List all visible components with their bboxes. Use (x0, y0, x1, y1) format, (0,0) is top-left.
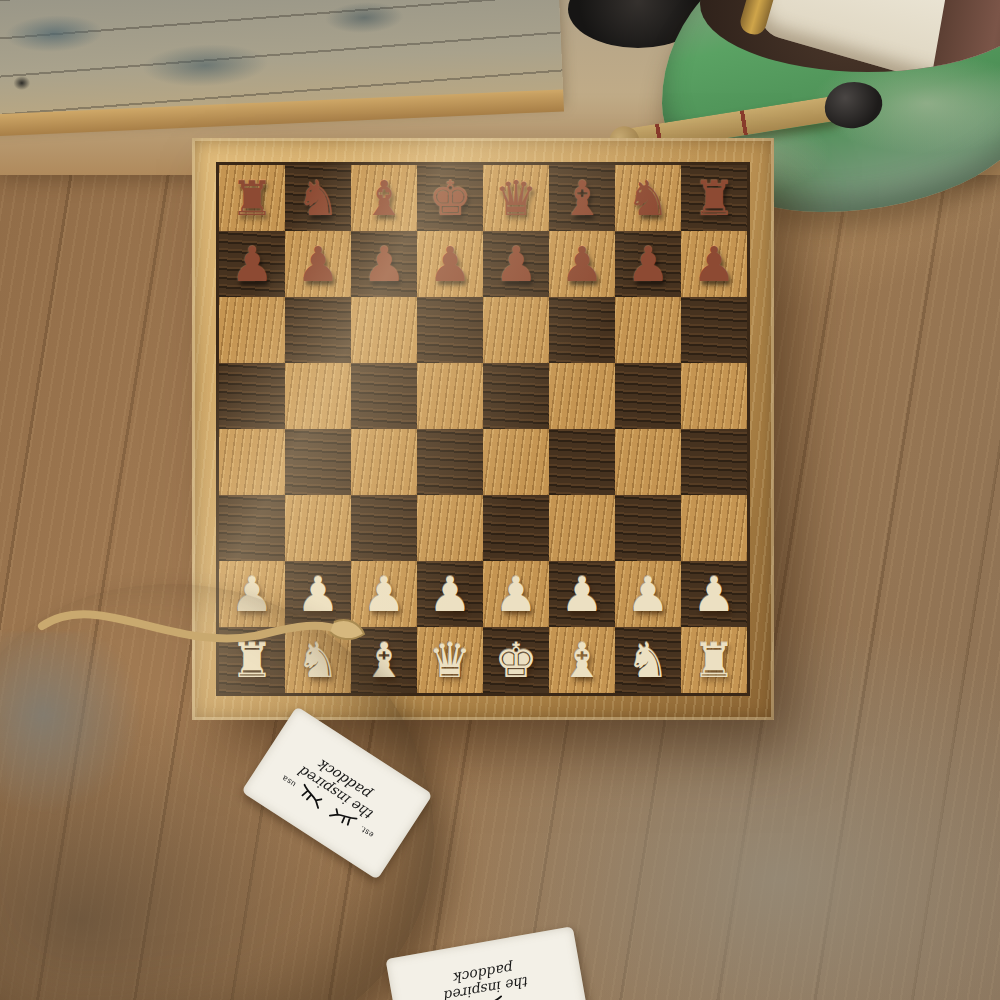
black-pawn: ♟ (626, 240, 669, 288)
square-d1[interactable]: ♛ (417, 627, 483, 693)
square-a3[interactable] (219, 495, 285, 561)
square-b3[interactable] (285, 495, 351, 561)
square-f1[interactable]: ♝ (549, 627, 615, 693)
black-pawn: ♟ (428, 240, 471, 288)
white-knight: ♞ (626, 636, 669, 684)
square-c5[interactable] (351, 363, 417, 429)
square-a6[interactable] (219, 297, 285, 363)
white-pawn: ♟ (494, 570, 537, 618)
square-d6[interactable] (417, 297, 483, 363)
square-e6[interactable] (483, 297, 549, 363)
square-b6[interactable] (285, 297, 351, 363)
black-pawn: ♟ (494, 240, 537, 288)
square-c7[interactable]: ♟ (351, 231, 417, 297)
square-g6[interactable] (615, 297, 681, 363)
label-small-left: est. (358, 824, 375, 840)
square-e2[interactable]: ♟ (483, 561, 549, 627)
square-e5[interactable] (483, 363, 549, 429)
square-h3[interactable] (681, 495, 747, 561)
square-e1[interactable]: ♚ (483, 627, 549, 693)
black-pawn: ♟ (560, 240, 603, 288)
square-b5[interactable] (285, 363, 351, 429)
square-e3[interactable] (483, 495, 549, 561)
square-d3[interactable] (417, 495, 483, 561)
square-h8[interactable]: ♜ (681, 165, 747, 231)
white-bishop: ♝ (560, 636, 603, 684)
fabric-label-bottom-content: the inspired paddock (441, 957, 534, 1000)
square-g1[interactable]: ♞ (615, 627, 681, 693)
black-pawn: ♟ (230, 240, 273, 288)
square-f6[interactable] (549, 297, 615, 363)
black-bishop: ♝ (362, 174, 405, 222)
square-f5[interactable] (549, 363, 615, 429)
square-a5[interactable] (219, 363, 285, 429)
square-f8[interactable]: ♝ (549, 165, 615, 231)
white-king: ♚ (494, 636, 537, 684)
black-bishop: ♝ (560, 174, 603, 222)
square-e4[interactable] (483, 429, 549, 495)
square-a4[interactable] (219, 429, 285, 495)
square-h2[interactable]: ♟ (681, 561, 747, 627)
black-pawn: ♟ (362, 240, 405, 288)
square-e8[interactable]: ♛ (483, 165, 549, 231)
white-queen: ♛ (428, 636, 471, 684)
white-pawn: ♟ (626, 570, 669, 618)
square-a7[interactable]: ♟ (219, 231, 285, 297)
square-d8[interactable]: ♚ (417, 165, 483, 231)
square-d4[interactable] (417, 429, 483, 495)
square-c6[interactable] (351, 297, 417, 363)
black-rook: ♜ (230, 174, 273, 222)
square-h7[interactable]: ♟ (681, 231, 747, 297)
square-h4[interactable] (681, 429, 747, 495)
spool-gold-ring (738, 0, 807, 37)
square-f7[interactable]: ♟ (549, 231, 615, 297)
crate-backdrop (0, 0, 563, 120)
square-f4[interactable] (549, 429, 615, 495)
square-b8[interactable]: ♞ (285, 165, 351, 231)
square-c4[interactable] (351, 429, 417, 495)
fabric-label-content: est. usa the inspired paddock (279, 743, 396, 842)
square-d2[interactable]: ♟ (417, 561, 483, 627)
black-rook: ♜ (692, 174, 735, 222)
black-knight: ♞ (296, 174, 339, 222)
twine-string (28, 582, 388, 712)
white-pawn: ♟ (560, 570, 603, 618)
white-pawn: ♟ (428, 570, 471, 618)
black-pawn: ♟ (296, 240, 339, 288)
black-pawn: ♟ (692, 240, 735, 288)
square-e7[interactable]: ♟ (483, 231, 549, 297)
square-d7[interactable]: ♟ (417, 231, 483, 297)
square-b7[interactable]: ♟ (285, 231, 351, 297)
black-king: ♚ (428, 174, 471, 222)
white-pawn: ♟ (692, 570, 735, 618)
label-small-right: usa (281, 774, 298, 789)
square-a8[interactable]: ♜ (219, 165, 285, 231)
square-f2[interactable]: ♟ (549, 561, 615, 627)
square-g4[interactable] (615, 429, 681, 495)
square-g2[interactable]: ♟ (615, 561, 681, 627)
black-queen: ♛ (494, 174, 537, 222)
square-g3[interactable] (615, 495, 681, 561)
square-h5[interactable] (681, 363, 747, 429)
scene: ♜♞♝♚♛♝♞♜♟♟♟♟♟♟♟♟♟♟♟♟♟♟♟♟♜♞♝♛♚♝♞♜ est. us… (0, 0, 1000, 1000)
black-knight: ♞ (626, 174, 669, 222)
square-g8[interactable]: ♞ (615, 165, 681, 231)
square-h6[interactable] (681, 297, 747, 363)
square-c3[interactable] (351, 495, 417, 561)
square-g5[interactable] (615, 363, 681, 429)
square-f3[interactable] (549, 495, 615, 561)
white-rook: ♜ (692, 636, 735, 684)
square-g7[interactable]: ♟ (615, 231, 681, 297)
square-b4[interactable] (285, 429, 351, 495)
square-h1[interactable]: ♜ (681, 627, 747, 693)
square-d5[interactable] (417, 363, 483, 429)
square-c8[interactable]: ♝ (351, 165, 417, 231)
